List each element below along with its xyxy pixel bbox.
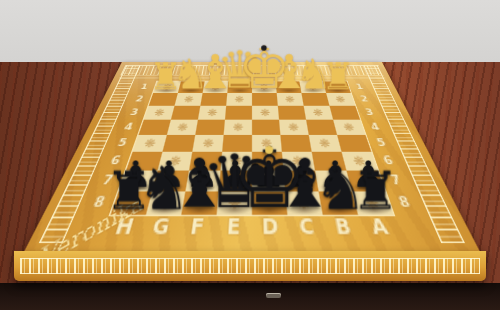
box-clasp — [266, 293, 281, 298]
white-n-glyph: ♞ — [295, 57, 332, 92]
file-labels: HGFEDCBA — [102, 215, 402, 240]
chess-board: ❋❋❋❋❋❋❋❋❋❋❋❋❋❋❋❋❋❋❋❋❋❋❋❋❋❋❋❋❋❋❋❋ 1234567… — [122, 62, 382, 232]
piece-black-n-g8: ♞ — [146, 191, 185, 214]
pieces-layer: ♜♞♝♚♛♝♞♜♟♟♟♟♟♟♟♟♜♞♝♚♛♝♞♜ — [111, 81, 394, 215]
file-label-f: F — [177, 215, 217, 240]
black-n-glyph: ♞ — [313, 163, 366, 213]
black-k-glyph: ♚ — [232, 143, 307, 214]
piece-black-n-b8: ♞ — [319, 191, 358, 214]
file-label-e: E — [214, 215, 252, 240]
king-finial — [262, 45, 268, 51]
piece-white-n-g1: ♞ — [178, 81, 205, 93]
table-front-shadow — [0, 283, 500, 310]
file-label-d: D — [252, 215, 290, 240]
piece-white-n-b1: ♞ — [299, 81, 326, 93]
white-n-glyph: ♞ — [172, 57, 209, 92]
file-label-g: G — [139, 215, 181, 240]
king-finial — [266, 146, 274, 154]
black-n-glyph: ♞ — [137, 163, 190, 213]
board-front-edge — [14, 251, 486, 281]
piece-white-k-d1: ♚ — [252, 81, 277, 93]
file-label-c: C — [287, 215, 327, 240]
white-k-glyph: ♚ — [238, 43, 290, 92]
palmette-frieze — [20, 258, 480, 274]
piece-black-k-d8: ♚ — [252, 191, 287, 214]
